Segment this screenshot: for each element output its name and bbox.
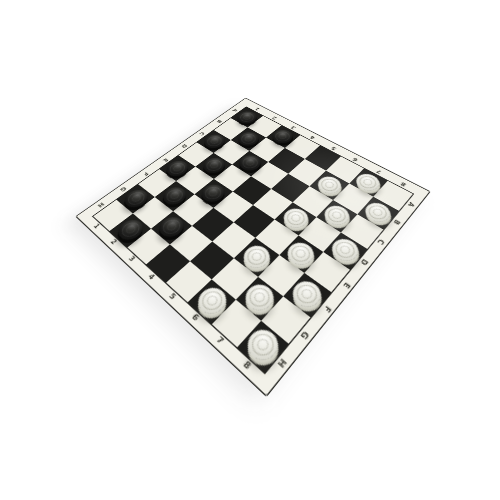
rank-label: 4 bbox=[310, 135, 317, 140]
file-label: A bbox=[406, 201, 415, 208]
file-label: C bbox=[376, 238, 386, 246]
file-label: F bbox=[321, 304, 332, 314]
rank-label: 8 bbox=[400, 181, 408, 187]
rank-label: 6 bbox=[352, 156, 359, 161]
file-label: E bbox=[341, 280, 351, 289]
rank-label: 7 bbox=[376, 168, 384, 174]
rank-label: 5 bbox=[330, 145, 337, 150]
product-photo-scene: 12345678 12345678 ABCDEFGH ABCDEFGH bbox=[0, 0, 500, 500]
file-label: B bbox=[392, 219, 402, 226]
rank-label: 3 bbox=[290, 125, 297, 130]
rank-label: 1 bbox=[254, 106, 261, 110]
checkers-board: 12345678 12345678 ABCDEFGH ABCDEFGH bbox=[75, 98, 431, 398]
rank-label: 2 bbox=[272, 115, 279, 119]
